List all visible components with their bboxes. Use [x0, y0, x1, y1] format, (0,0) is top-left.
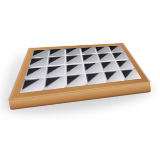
- pit-r4c1[interactable]: [20, 78, 44, 93]
- pit-r4c4[interactable]: [85, 72, 105, 85]
- pit-r2c4[interactable]: [82, 54, 99, 63]
- pit-r2c3[interactable]: [66, 55, 82, 64]
- product-photo-scene: [0, 0, 160, 160]
- pit-r4c3[interactable]: [66, 74, 86, 88]
- pit-r3c4[interactable]: [84, 62, 102, 73]
- pit-r2c2[interactable]: [48, 56, 65, 66]
- pit-r3c6[interactable]: [116, 60, 135, 70]
- pit-r4c2[interactable]: [44, 76, 65, 90]
- pit-r2c6[interactable]: [112, 52, 129, 60]
- pit-r3c2[interactable]: [46, 65, 65, 77]
- pit-r3c3[interactable]: [66, 64, 84, 75]
